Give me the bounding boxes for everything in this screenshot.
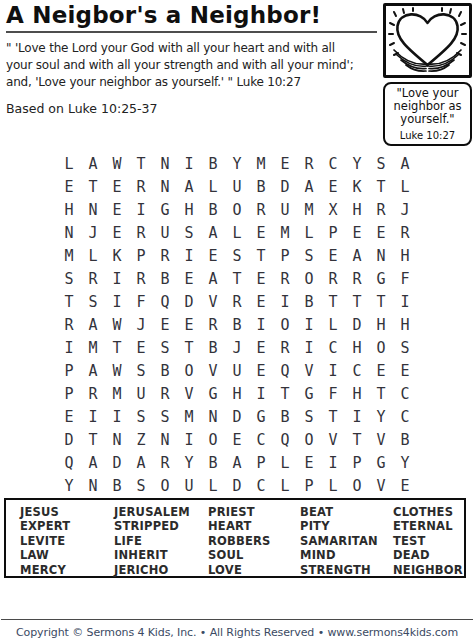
grid-cell[interactable]: R (321, 267, 345, 290)
grid-cell[interactable]: I (81, 405, 105, 428)
grid-cell[interactable]: Y (393, 451, 417, 474)
grid-cell[interactable]: T (345, 290, 369, 313)
word-bank-item: DEAD (393, 548, 464, 562)
grid-cell[interactable]: U (177, 474, 201, 497)
grid-cell[interactable]: E (201, 244, 225, 267)
grid-cell[interactable]: R (225, 290, 249, 313)
grid-cell[interactable]: L (81, 244, 105, 267)
quote-line: " 'Love the Lord your God with all your … (6, 40, 380, 57)
grid-cell[interactable]: L (201, 474, 225, 497)
grid-cell[interactable]: R (153, 451, 177, 474)
grid-cell[interactable]: D (105, 451, 129, 474)
grid-cell[interactable]: N (57, 221, 81, 244)
grid-cell[interactable]: U (225, 359, 249, 382)
grid-cell[interactable]: A (81, 451, 105, 474)
word-bank-item: PRIEST (208, 505, 300, 519)
grid-cell[interactable]: V (369, 474, 393, 497)
grid-cell[interactable]: J (393, 198, 417, 221)
word-bank-item: PITY (300, 519, 393, 533)
grid-cell[interactable]: L (201, 175, 225, 198)
grid-cell[interactable]: Y (345, 152, 369, 175)
grid-cell[interactable]: R (129, 221, 153, 244)
grid-cell[interactable]: E (153, 313, 177, 336)
grid-cell[interactable]: B (153, 267, 177, 290)
grid-cell[interactable]: A (201, 267, 225, 290)
grid-cell[interactable]: L (273, 451, 297, 474)
grid-cell[interactable]: P (57, 359, 81, 382)
grid-cell[interactable]: G (369, 267, 393, 290)
based-on-text: Based on Luke 10:25-37 (6, 101, 380, 116)
grid-cell[interactable]: C (249, 428, 273, 451)
grid-cell[interactable]: E (369, 359, 393, 382)
grid-cell[interactable]: G (153, 198, 177, 221)
grid-cell[interactable]: B (201, 336, 225, 359)
side-panel: "Love your neighbor as yourself." Luke 1… (383, 3, 472, 146)
grid-cell[interactable]: S (369, 152, 393, 175)
grid-cell[interactable]: S (393, 336, 417, 359)
grid-cell[interactable]: E (105, 221, 129, 244)
memory-verse-box: "Love your neighbor as yourself." Luke 1… (383, 82, 472, 146)
word-bank-item: JERICHO (114, 563, 208, 577)
word-bank-column: PRIESTHEARTROBBERSSOULLOVE (208, 505, 300, 577)
grid-cell[interactable]: L (297, 221, 321, 244)
grid-cell[interactable]: S (297, 405, 321, 428)
grid-cell[interactable]: I (321, 359, 345, 382)
grid-cell[interactable]: B (297, 290, 321, 313)
grid-cell[interactable]: E (249, 290, 273, 313)
word-bank-item: TEST (393, 534, 464, 548)
grid-cell[interactable]: O (153, 474, 177, 497)
word-bank-item: SOUL (208, 548, 300, 562)
heart-in-hands-icon (383, 3, 472, 78)
grid-cell[interactable]: S (81, 290, 105, 313)
grid-cell[interactable]: P (129, 244, 153, 267)
word-bank-item: MERCY (20, 563, 114, 577)
grid-cell[interactable]: T (369, 175, 393, 198)
word-bank-item: LEVITE (20, 534, 114, 548)
grid-cell[interactable]: O (369, 336, 393, 359)
grid-cell[interactable]: H (393, 313, 417, 336)
grid-cell[interactable]: T (249, 244, 273, 267)
grid-cell[interactable]: A (177, 175, 201, 198)
grid-cell[interactable]: C (393, 405, 417, 428)
grid-cell[interactable]: D (57, 428, 81, 451)
grid-cell[interactable]: C (393, 382, 417, 405)
grid-cell[interactable]: D (177, 290, 201, 313)
grid-cell[interactable]: S (129, 474, 153, 497)
grid-cell[interactable]: P (321, 221, 345, 244)
grid-cell[interactable]: R (129, 267, 153, 290)
word-bank-item: MIND (300, 548, 393, 562)
grid-cell[interactable]: M (81, 336, 105, 359)
grid-cell[interactable]: R (393, 221, 417, 244)
grid-cell[interactable]: M (273, 221, 297, 244)
grid-cell[interactable]: C (249, 474, 273, 497)
grid-cell[interactable]: Q (153, 290, 177, 313)
grid-cell[interactable]: W (105, 152, 129, 175)
word-bank-item: LIFE (114, 534, 208, 548)
grid-cell[interactable]: E (297, 451, 321, 474)
grid-cell[interactable]: N (105, 428, 129, 451)
grid-cell[interactable]: B (225, 313, 249, 336)
grid-cell[interactable]: R (129, 175, 153, 198)
grid-cell[interactable]: E (321, 175, 345, 198)
grid-cell[interactable]: I (57, 336, 81, 359)
word-bank-item: ETERNAL (393, 519, 464, 533)
grid-cell[interactable]: P (57, 382, 81, 405)
grid-cell[interactable]: H (225, 382, 249, 405)
grid-cell[interactable]: E (249, 267, 273, 290)
grid-cell[interactable]: V (201, 359, 225, 382)
grid-cell[interactable]: D (225, 405, 249, 428)
grid-cell[interactable]: I (345, 405, 369, 428)
grid-cell[interactable]: I (105, 290, 129, 313)
grid-cell[interactable]: E (225, 428, 249, 451)
worksheet-page: A Neigbor's a Neighbor! " 'Love the Lord… (0, 0, 474, 640)
grid-cell[interactable]: P (249, 451, 273, 474)
word-bank-item: NEIGHBOR (393, 563, 464, 577)
grid-cell[interactable]: E (345, 221, 369, 244)
grid-cell[interactable]: L (273, 474, 297, 497)
scripture-quote: " 'Love the Lord your God with all your … (6, 40, 380, 91)
word-bank-item: EXPERT (20, 519, 114, 533)
grid-cell[interactable]: O (297, 267, 321, 290)
grid-cell[interactable]: B (201, 198, 225, 221)
grid-cell[interactable]: E (249, 336, 273, 359)
grid-cell[interactable]: H (177, 198, 201, 221)
grid-cell[interactable]: M (249, 152, 273, 175)
grid-cell[interactable]: V (201, 290, 225, 313)
grid-cell[interactable]: E (369, 221, 393, 244)
grid-cell[interactable]: P (297, 474, 321, 497)
grid-cell[interactable]: E (177, 313, 201, 336)
grid-cell[interactable]: N (81, 198, 105, 221)
grid-cell[interactable]: B (393, 428, 417, 451)
grid-cell[interactable]: V (321, 428, 345, 451)
grid-cell[interactable]: E (105, 198, 129, 221)
grid-cell[interactable]: A (81, 359, 105, 382)
memory-verse-text: "Love your neighbor as yourself." (386, 87, 469, 126)
grid-cell[interactable]: I (273, 290, 297, 313)
word-bank-item: STRENGTH (300, 563, 393, 577)
grid-cell[interactable]: E (129, 336, 153, 359)
grid-cell[interactable]: E (321, 244, 345, 267)
grid-cell[interactable]: A (345, 244, 369, 267)
grid-cell[interactable]: Y (225, 152, 249, 175)
grid-cell[interactable]: K (345, 175, 369, 198)
grid-cell[interactable]: P (345, 451, 369, 474)
grid-cell[interactable]: O (273, 313, 297, 336)
grid-cell[interactable]: T (321, 405, 345, 428)
grid-cell[interactable]: V (369, 428, 393, 451)
grid-cell[interactable]: Y (369, 405, 393, 428)
grid-cell[interactable]: S (297, 244, 321, 267)
grid-cell[interactable]: I (321, 451, 345, 474)
grid-cell[interactable]: R (273, 336, 297, 359)
word-bank-item: JERUSALEM (114, 505, 208, 519)
grid-cell[interactable]: J (225, 336, 249, 359)
grid-cell[interactable]: G (369, 451, 393, 474)
grid-cell[interactable]: I (297, 336, 321, 359)
quote-line: and, 'Love your neighbor as yourself.' "… (6, 74, 380, 91)
grid-cell[interactable]: U (225, 175, 249, 198)
grid-cell[interactable]: A (201, 221, 225, 244)
grid-cell[interactable]: U (153, 221, 177, 244)
grid-cell[interactable]: S (153, 405, 177, 428)
grid-cell[interactable]: L (225, 221, 249, 244)
grid-cell[interactable]: B (201, 451, 225, 474)
grid-cell[interactable]: Q (273, 359, 297, 382)
word-bank-item: ROBBERS (208, 534, 300, 548)
grid-cell[interactable]: I (105, 267, 129, 290)
word-bank-item: HEART (208, 519, 300, 533)
header: A Neigbor's a Neighbor! " 'Love the Lord… (6, 2, 380, 116)
grid-cell[interactable]: Y (177, 451, 201, 474)
memory-verse-reference: Luke 10:27 (386, 130, 469, 141)
grid-cell[interactable]: T (273, 382, 297, 405)
grid-cell[interactable]: T (57, 290, 81, 313)
grid-cell[interactable]: T (81, 175, 105, 198)
grid-cell[interactable]: J (129, 313, 153, 336)
grid-cell[interactable]: M (105, 382, 129, 405)
grid-cell[interactable]: Z (129, 428, 153, 451)
grid-cell[interactable]: T (345, 428, 369, 451)
grid-cell[interactable]: A (393, 152, 417, 175)
grid-cell[interactable]: I (177, 428, 201, 451)
word-search-grid[interactable]: LAWTNIBYMERCYSAETERNALUBDAEKTLHNEIGHBORU… (57, 152, 417, 497)
grid-cell[interactable]: W (105, 313, 129, 336)
grid-cell[interactable]: M (177, 405, 201, 428)
grid-cell[interactable]: S (129, 359, 153, 382)
grid-cell[interactable]: T (225, 267, 249, 290)
grid-cell[interactable]: U (129, 382, 153, 405)
grid-cell[interactable]: D (273, 175, 297, 198)
grid-cell[interactable]: C (321, 152, 345, 175)
grid-cell[interactable]: G (201, 382, 225, 405)
grid-cell[interactable]: H (369, 313, 393, 336)
grid-cell[interactable]: T (105, 336, 129, 359)
grid-cell[interactable]: A (297, 175, 321, 198)
grid-cell[interactable]: R (345, 267, 369, 290)
word-bank-item: LAW (20, 548, 114, 562)
grid-cell[interactable]: L (393, 175, 417, 198)
grid-cell[interactable]: S (177, 221, 201, 244)
grid-cell[interactable]: R (81, 382, 105, 405)
footer-divider (1, 619, 473, 620)
grid-cell[interactable]: H (393, 244, 417, 267)
grid-cell[interactable]: R (81, 267, 105, 290)
grid-cell[interactable]: S (129, 405, 153, 428)
grid-cell[interactable]: I (105, 405, 129, 428)
word-bank-column: JERUSALEMSTRIPPEDLIFEINHERITJERICHO (114, 505, 208, 577)
grid-cell[interactable]: A (225, 451, 249, 474)
grid-cell[interactable]: H (57, 198, 81, 221)
grid-cell[interactable]: E (249, 359, 273, 382)
grid-cell[interactable]: L (321, 474, 345, 497)
grid-cell[interactable]: B (273, 405, 297, 428)
grid-cell[interactable]: B (249, 175, 273, 198)
page-title: A Neigbor's a Neighbor! (6, 2, 380, 28)
grid-cell[interactable]: E (105, 175, 129, 198)
grid-cell[interactable]: I (393, 290, 417, 313)
word-bank: JESUSEXPERTLEVITELAWMERCYJERUSALEMSTRIPP… (4, 498, 466, 578)
quote-line: your soul and with all your strength and… (6, 57, 380, 74)
grid-cell[interactable]: G (297, 382, 321, 405)
grid-cell[interactable]: V (177, 382, 201, 405)
grid-cell[interactable]: L (321, 313, 345, 336)
grid-cell[interactable]: O (201, 428, 225, 451)
grid-cell[interactable]: F (321, 382, 345, 405)
grid-cell[interactable]: K (105, 244, 129, 267)
grid-cell[interactable]: R (153, 244, 177, 267)
grid-cell[interactable]: O (225, 198, 249, 221)
footer: Copyright © Sermons 4 Kids, Inc. • All R… (0, 619, 474, 639)
grid-cell[interactable]: E (57, 405, 81, 428)
grid-cell[interactable]: N (153, 152, 177, 175)
grid-cell[interactable]: R (153, 382, 177, 405)
grid-cell[interactable]: R (369, 198, 393, 221)
grid-cell[interactable]: O (345, 474, 369, 497)
grid-cell[interactable]: T (321, 290, 345, 313)
grid-cell[interactable]: H (345, 382, 369, 405)
word-bank-item: BEAT (300, 505, 393, 519)
grid-cell[interactable]: R (201, 313, 225, 336)
grid-cell[interactable]: E (57, 175, 81, 198)
grid-cell[interactable]: D (345, 313, 369, 336)
grid-cell[interactable]: T (177, 336, 201, 359)
grid-cell[interactable]: A (81, 313, 105, 336)
title-underline (6, 31, 377, 33)
grid-cell[interactable]: N (153, 428, 177, 451)
grid-cell[interactable]: C (345, 359, 369, 382)
grid-cell[interactable]: E (273, 152, 297, 175)
grid-cell[interactable]: I (129, 198, 153, 221)
grid-cell[interactable]: F (129, 290, 153, 313)
grid-cell[interactable]: S (225, 244, 249, 267)
grid-cell[interactable]: R (249, 198, 273, 221)
grid-cell[interactable]: P (273, 244, 297, 267)
grid-cell[interactable]: A (129, 451, 153, 474)
grid-cell[interactable]: H (345, 336, 369, 359)
grid-cell[interactable]: A (81, 152, 105, 175)
word-bank-item: STRIPPED (114, 519, 208, 533)
grid-cell[interactable]: D (225, 474, 249, 497)
grid-cell[interactable]: X (321, 198, 345, 221)
grid-cell[interactable]: B (105, 474, 129, 497)
word-bank-column: BEATPITYSAMARITANMINDSTRENGTH (300, 505, 393, 577)
grid-cell[interactable]: T (81, 428, 105, 451)
word-bank-item: CLOTHES (393, 505, 464, 519)
grid-cell[interactable]: E (393, 359, 417, 382)
grid-cell[interactable]: M (297, 198, 321, 221)
grid-cell[interactable]: U (273, 198, 297, 221)
grid-cell[interactable]: Q (57, 451, 81, 474)
grid-cell[interactable]: I (249, 382, 273, 405)
grid-cell[interactable]: C (321, 336, 345, 359)
grid-cell[interactable]: R (297, 152, 321, 175)
word-bank-item: JESUS (20, 505, 114, 519)
word-bank-item: SAMARITAN (300, 534, 393, 548)
grid-cell[interactable]: E (393, 474, 417, 497)
grid-cell[interactable]: S (153, 336, 177, 359)
grid-cell[interactable]: T (369, 290, 393, 313)
grid-cell[interactable]: E (249, 221, 273, 244)
word-bank-item: LOVE (208, 563, 300, 577)
grid-cell[interactable]: H (345, 198, 369, 221)
grid-cell[interactable]: E (177, 267, 201, 290)
grid-cell[interactable]: T (369, 382, 393, 405)
grid-cell[interactable]: T (129, 152, 153, 175)
word-bank-item: INHERIT (114, 548, 208, 562)
copyright-text: Copyright © Sermons 4 Kids, Inc. • All R… (0, 626, 474, 639)
grid-cell[interactable]: R (57, 313, 81, 336)
grid-cell[interactable]: I (177, 244, 201, 267)
grid-cell[interactable]: B (153, 359, 177, 382)
grid-cell[interactable]: I (249, 313, 273, 336)
grid-cell[interactable]: L (57, 152, 81, 175)
grid-cell[interactable]: V (297, 359, 321, 382)
grid-cell[interactable]: N (369, 244, 393, 267)
grid-cell[interactable]: W (105, 359, 129, 382)
grid-cell[interactable]: G (249, 405, 273, 428)
grid-cell[interactable]: I (177, 152, 201, 175)
grid-cell[interactable]: S (57, 267, 81, 290)
grid-cell[interactable]: Y (57, 474, 81, 497)
grid-cell[interactable]: O (177, 359, 201, 382)
grid-cell[interactable]: N (201, 405, 225, 428)
grid-cell[interactable]: R (273, 267, 297, 290)
grid-cell[interactable]: O (297, 428, 321, 451)
grid-cell[interactable]: M (57, 244, 81, 267)
grid-cell[interactable]: Q (273, 428, 297, 451)
grid-cell[interactable]: N (81, 474, 105, 497)
grid-cell[interactable]: N (153, 175, 177, 198)
grid-cell[interactable]: F (393, 267, 417, 290)
grid-cell[interactable]: J (81, 221, 105, 244)
word-bank-column: JESUSEXPERTLEVITELAWMERCY (20, 505, 114, 577)
grid-cell[interactable]: B (201, 152, 225, 175)
grid-cell[interactable]: I (297, 313, 321, 336)
word-bank-column: CLOTHESETERNALTESTDEADNEIGHBOR (393, 505, 464, 577)
